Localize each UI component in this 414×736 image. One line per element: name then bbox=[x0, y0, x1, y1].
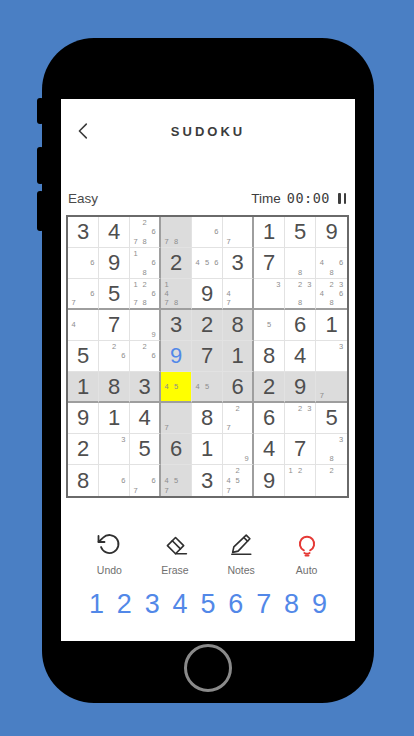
cell-r1c3[interactable]: 2678 bbox=[130, 217, 161, 248]
cell-r6c4[interactable]: 45 bbox=[161, 372, 192, 403]
cell-r4c6[interactable]: 8 bbox=[223, 310, 254, 341]
cell-r9c7[interactable]: 9 bbox=[254, 465, 285, 496]
cell-r7c1[interactable]: 9 bbox=[68, 403, 99, 434]
difficulty-label: Easy bbox=[68, 191, 98, 206]
notes-button[interactable]: Notes bbox=[227, 531, 254, 576]
page-title: SUDOKU bbox=[61, 117, 355, 147]
pencil-notes: 5 bbox=[255, 311, 283, 339]
cell-r8c6[interactable]: 9 bbox=[223, 434, 254, 465]
given-digit: 1 bbox=[254, 217, 284, 247]
home-button[interactable] bbox=[184, 644, 232, 692]
cell-r3c6[interactable]: 47 bbox=[223, 279, 254, 310]
given-digit: 5 bbox=[130, 434, 159, 464]
cell-r5c2[interactable]: 26 bbox=[99, 341, 130, 372]
pencil-notes: 9 bbox=[224, 435, 251, 463]
pencil-notes: 26 bbox=[131, 342, 158, 370]
given-digit: 6 bbox=[161, 434, 191, 464]
pencil-notes: 67 bbox=[69, 280, 97, 307]
pencil-notes: 468 bbox=[317, 249, 346, 277]
given-digit: 5 bbox=[285, 217, 315, 247]
pause-button[interactable] bbox=[336, 191, 348, 206]
cell-r8c5[interactable]: 1 bbox=[192, 434, 223, 465]
pencil-notes: 23 bbox=[286, 404, 314, 432]
given-digit: 6 bbox=[254, 403, 284, 433]
pencil-notes: 457 bbox=[162, 466, 190, 495]
cell-r7c9[interactable]: 5 bbox=[316, 403, 347, 434]
given-digit: 3 bbox=[130, 372, 159, 401]
cell-r5c1[interactable]: 5 bbox=[68, 341, 99, 372]
cell-r9c2[interactable]: 6 bbox=[99, 465, 130, 496]
cell-r3c4[interactable]: 1478 bbox=[161, 279, 192, 310]
pencil-icon bbox=[228, 531, 254, 560]
pencil-notes: 3 bbox=[255, 280, 283, 307]
given-digit: 6 bbox=[285, 310, 315, 340]
numpad: 123456789 bbox=[88, 589, 328, 620]
pencil-notes: 6 bbox=[69, 249, 97, 277]
given-digit: 5 bbox=[316, 403, 347, 433]
pencil-notes: 38 bbox=[317, 435, 346, 463]
pencil-notes: 3 bbox=[100, 435, 128, 463]
pencil-notes: 7 bbox=[224, 218, 251, 246]
back-button[interactable] bbox=[71, 119, 97, 145]
cell-r4c4[interactable]: 3 bbox=[161, 310, 192, 341]
numpad-9[interactable]: 9 bbox=[311, 589, 328, 620]
given-digit: 1 bbox=[99, 403, 129, 433]
given-digit: 4 bbox=[99, 217, 129, 247]
auto-button[interactable]: Auto bbox=[294, 531, 320, 576]
given-digit: 7 bbox=[99, 310, 129, 340]
cell-r7c4[interactable]: 7 bbox=[161, 403, 192, 434]
given-digit: 2 bbox=[68, 434, 98, 464]
tool-label: Auto bbox=[296, 564, 318, 576]
given-digit: 1 bbox=[223, 341, 252, 371]
given-digit: 1 bbox=[192, 434, 222, 464]
cell-r6c7[interactable]: 2 bbox=[254, 372, 285, 403]
pencil-notes: 2678 bbox=[131, 218, 158, 246]
eraser-icon bbox=[162, 531, 188, 560]
pencil-notes: 456 bbox=[193, 249, 221, 277]
numpad-4[interactable]: 4 bbox=[172, 589, 189, 620]
given-digit: 9 bbox=[316, 217, 347, 247]
cell-r7c5[interactable]: 8 bbox=[192, 403, 223, 434]
pencil-notes: 23468 bbox=[317, 280, 346, 307]
given-digit: 7 bbox=[285, 434, 315, 464]
given-digit: 8 bbox=[192, 403, 222, 433]
cell-r7c8[interactable]: 23 bbox=[285, 403, 316, 434]
cell-r7c3[interactable]: 4 bbox=[130, 403, 161, 434]
cell-r3c1[interactable]: 67 bbox=[68, 279, 99, 310]
tool-label: Erase bbox=[161, 564, 188, 576]
cell-r8c2[interactable]: 3 bbox=[99, 434, 130, 465]
cell-r6c5[interactable]: 45 bbox=[192, 372, 223, 403]
undo-icon bbox=[96, 531, 122, 560]
cell-r2c8[interactable]: 8 bbox=[285, 248, 316, 279]
cell-r6c1[interactable]: 1 bbox=[68, 372, 99, 403]
pencil-notes: 12 bbox=[286, 466, 314, 495]
cell-r4c8[interactable]: 6 bbox=[285, 310, 316, 341]
cell-r4c5[interactable]: 2 bbox=[192, 310, 223, 341]
given-digit: 4 bbox=[285, 341, 315, 371]
volume-up-button bbox=[37, 147, 44, 184]
numpad-6[interactable]: 6 bbox=[227, 589, 244, 620]
pencil-notes: 9 bbox=[131, 311, 158, 339]
cell-r6c6[interactable]: 6 bbox=[223, 372, 254, 403]
cell-r8c3[interactable]: 5 bbox=[130, 434, 161, 465]
cell-r1c8[interactable]: 5 bbox=[285, 217, 316, 248]
numpad-8[interactable]: 8 bbox=[283, 589, 300, 620]
pencil-notes: 238 bbox=[286, 280, 314, 307]
undo-button[interactable]: Undo bbox=[96, 531, 122, 576]
cell-r9c6[interactable]: 2457 bbox=[223, 465, 254, 496]
pencil-notes: 2457 bbox=[224, 466, 251, 495]
cell-r9c3[interactable]: 67 bbox=[130, 465, 161, 496]
pencil-notes: 27 bbox=[224, 404, 251, 432]
app-screen: SUDOKU Easy Time 00:00 34267878671596916… bbox=[61, 99, 355, 641]
given-digit: 8 bbox=[99, 372, 129, 401]
cell-r7c6[interactable]: 27 bbox=[223, 403, 254, 434]
pencil-notes: 45 bbox=[193, 373, 221, 400]
numpad-1[interactable]: 1 bbox=[88, 589, 105, 620]
cell-r5c8[interactable]: 4 bbox=[285, 341, 316, 372]
given-digit: 3 bbox=[223, 248, 252, 278]
cell-r3c5[interactable]: 9 bbox=[192, 279, 223, 310]
cell-r5c9[interactable]: 3 bbox=[316, 341, 347, 372]
volume-down-button bbox=[37, 191, 44, 231]
cell-r3c7[interactable]: 3 bbox=[254, 279, 285, 310]
pencil-notes: 6 bbox=[193, 218, 221, 246]
time-value: 00:00 bbox=[287, 190, 330, 206]
numpad-3[interactable]: 3 bbox=[144, 589, 161, 620]
given-digit: 2 bbox=[161, 248, 191, 278]
pencil-notes: 47 bbox=[224, 280, 251, 307]
pencil-notes: 7 bbox=[162, 404, 190, 432]
pencil-notes: 67 bbox=[131, 466, 158, 495]
given-digit: 4 bbox=[130, 403, 159, 433]
sudoku-grid: 3426787867159691682456378468675126781478… bbox=[66, 215, 349, 498]
given-digit: 5 bbox=[99, 279, 129, 308]
header: SUDOKU bbox=[61, 117, 355, 147]
cell-r9c9[interactable]: 2 bbox=[316, 465, 347, 496]
cell-r8c4[interactable]: 6 bbox=[161, 434, 192, 465]
cell-r2c9[interactable]: 468 bbox=[316, 248, 347, 279]
cell-r9c4[interactable]: 457 bbox=[161, 465, 192, 496]
cell-r4c7[interactable]: 5 bbox=[254, 310, 285, 341]
pencil-notes: 7 bbox=[317, 373, 346, 400]
cell-r9c8[interactable]: 12 bbox=[285, 465, 316, 496]
pause-icon bbox=[338, 193, 341, 204]
given-digit: 3 bbox=[68, 217, 98, 247]
cell-r7c2[interactable]: 1 bbox=[99, 403, 130, 434]
cell-r8c9[interactable]: 38 bbox=[316, 434, 347, 465]
tool-label: Undo bbox=[97, 564, 122, 576]
cell-r4c9[interactable]: 1 bbox=[316, 310, 347, 341]
cell-r2c6[interactable]: 3 bbox=[223, 248, 254, 279]
given-digit: 1 bbox=[68, 372, 98, 401]
cell-r6c9[interactable]: 7 bbox=[316, 372, 347, 403]
cell-r8c1[interactable]: 2 bbox=[68, 434, 99, 465]
cell-r6c2[interactable]: 8 bbox=[99, 372, 130, 403]
cell-r2c7[interactable]: 7 bbox=[254, 248, 285, 279]
cell-r3c3[interactable]: 12678 bbox=[130, 279, 161, 310]
numpad-2[interactable]: 2 bbox=[116, 589, 133, 620]
pencil-notes: 6 bbox=[100, 466, 128, 495]
given-digit: 7 bbox=[192, 341, 222, 371]
given-digit: 3 bbox=[192, 465, 222, 496]
tool-label: Notes bbox=[227, 564, 254, 576]
pencil-notes: 45 bbox=[162, 373, 190, 400]
cell-r3c8[interactable]: 238 bbox=[285, 279, 316, 310]
pencil-notes: 1478 bbox=[162, 280, 190, 307]
cell-r1c6[interactable]: 7 bbox=[223, 217, 254, 248]
cell-r5c5[interactable]: 7 bbox=[192, 341, 223, 372]
cell-r5c6[interactable]: 1 bbox=[223, 341, 254, 372]
pencil-notes: 168 bbox=[131, 249, 158, 277]
cell-r5c3[interactable]: 26 bbox=[130, 341, 161, 372]
cell-r6c3[interactable]: 3 bbox=[130, 372, 161, 403]
cell-r3c2[interactable]: 5 bbox=[99, 279, 130, 310]
cell-r4c3[interactable]: 9 bbox=[130, 310, 161, 341]
given-digit: 2 bbox=[254, 372, 284, 401]
given-digit: 9 bbox=[68, 403, 98, 433]
cell-r2c4[interactable]: 2 bbox=[161, 248, 192, 279]
given-digit: 9 bbox=[285, 372, 315, 401]
phone-frame: SUDOKU Easy Time 00:00 34267878671596916… bbox=[42, 38, 374, 703]
cell-r2c5[interactable]: 456 bbox=[192, 248, 223, 279]
numpad-7[interactable]: 7 bbox=[255, 589, 272, 620]
given-digit: 4 bbox=[254, 434, 284, 464]
cell-r8c8[interactable]: 7 bbox=[285, 434, 316, 465]
toolbar: UndoEraseNotesAuto bbox=[61, 531, 355, 576]
cell-r1c7[interactable]: 1 bbox=[254, 217, 285, 248]
cell-r3c9[interactable]: 23468 bbox=[316, 279, 347, 310]
pencil-notes: 8 bbox=[286, 249, 314, 277]
erase-button[interactable]: Erase bbox=[161, 531, 188, 576]
given-digit: 8 bbox=[223, 310, 252, 340]
given-digit: 3 bbox=[161, 310, 191, 340]
cell-r1c1[interactable]: 3 bbox=[68, 217, 99, 248]
mute-switch bbox=[37, 98, 44, 124]
numpad-5[interactable]: 5 bbox=[199, 589, 216, 620]
cell-r5c7[interactable]: 8 bbox=[254, 341, 285, 372]
cell-r1c9[interactable]: 9 bbox=[316, 217, 347, 248]
given-digit: 7 bbox=[254, 248, 284, 278]
cell-r1c2[interactable]: 4 bbox=[99, 217, 130, 248]
given-digit: 8 bbox=[68, 465, 98, 496]
cell-r2c1[interactable]: 6 bbox=[68, 248, 99, 279]
given-digit: 9 bbox=[254, 465, 284, 496]
given-digit: 2 bbox=[192, 310, 222, 340]
cell-r9c5[interactable]: 3 bbox=[192, 465, 223, 496]
cell-r2c2[interactable]: 9 bbox=[99, 248, 130, 279]
cell-r9c1[interactable]: 8 bbox=[68, 465, 99, 496]
time-label: Time bbox=[251, 191, 281, 206]
cell-r5c4[interactable]: 9 bbox=[161, 341, 192, 372]
pencil-notes: 26 bbox=[100, 342, 128, 370]
given-digit: 9 bbox=[192, 279, 222, 308]
cell-r7c7[interactable]: 6 bbox=[254, 403, 285, 434]
cell-r2c3[interactable]: 168 bbox=[130, 248, 161, 279]
given-digit: 6 bbox=[223, 372, 252, 401]
pencil-notes: 78 bbox=[162, 218, 190, 246]
chevron-left-icon bbox=[73, 130, 95, 145]
cell-r1c5[interactable]: 6 bbox=[192, 217, 223, 248]
cell-r4c2[interactable]: 7 bbox=[99, 310, 130, 341]
cell-r4c1[interactable]: 4 bbox=[68, 310, 99, 341]
given-digit: 5 bbox=[68, 341, 98, 371]
cell-r6c8[interactable]: 9 bbox=[285, 372, 316, 403]
user-digit: 9 bbox=[161, 341, 191, 371]
given-digit: 9 bbox=[99, 248, 129, 278]
given-digit: 1 bbox=[316, 310, 347, 340]
bulb-icon bbox=[294, 531, 320, 560]
cell-r1c4[interactable]: 78 bbox=[161, 217, 192, 248]
status-row: Easy Time 00:00 bbox=[68, 189, 348, 207]
pencil-notes: 2 bbox=[317, 466, 346, 495]
pencil-notes: 4 bbox=[69, 311, 97, 339]
pencil-notes: 12678 bbox=[131, 280, 158, 307]
cell-r8c7[interactable]: 4 bbox=[254, 434, 285, 465]
given-digit: 8 bbox=[254, 341, 284, 371]
pencil-notes: 3 bbox=[317, 342, 346, 370]
